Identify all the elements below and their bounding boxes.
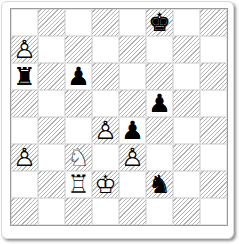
square-b3 [38,144,65,171]
square-d5 [92,90,119,117]
white-pawn: ♟♙ [13,145,35,170]
square-h2 [200,171,227,198]
square-b1 [38,198,65,225]
square-f8: ♚♚ [146,9,173,36]
square-e4: ♟♟ [119,117,146,144]
square-a8 [11,9,38,36]
square-g3 [173,144,200,171]
white-king: ♚♔ [94,172,116,197]
square-f6 [146,63,173,90]
square-f1 [146,198,173,225]
square-f2: ♞♞ [146,171,173,198]
square-e2 [119,171,146,198]
square-e8 [119,9,146,36]
square-e1 [119,198,146,225]
square-f7 [146,36,173,63]
black-rook: ♜♜ [13,64,35,89]
white-pawn: ♟♙ [94,118,116,143]
square-d1 [92,198,119,225]
white-pawn: ♟♙ [13,37,35,62]
square-c8 [65,9,92,36]
square-c2: ♜♖ [65,171,92,198]
square-d6 [92,63,119,90]
square-b6 [38,63,65,90]
square-c4 [65,117,92,144]
square-d3 [92,144,119,171]
black-pawn: ♟♟ [67,64,89,89]
square-h6 [200,63,227,90]
square-a7: ♟♙ [11,36,38,63]
square-a3: ♟♙ [11,144,38,171]
square-b8 [38,9,65,36]
square-f5: ♟♟ [146,90,173,117]
square-c7 [65,36,92,63]
square-h3 [200,144,227,171]
square-c5 [65,90,92,117]
square-c6: ♟♟ [65,63,92,90]
square-d7 [92,36,119,63]
square-d2: ♚♔ [92,171,119,198]
square-e5 [119,90,146,117]
white-rook: ♜♖ [67,172,89,197]
square-a4 [11,117,38,144]
chess-board: ♚♚♟♙♜♜♟♟♟♟♟♙♟♟♟♙♞♘♟♙♜♖♚♔♞♞ [10,8,228,226]
black-pawn: ♟♟ [121,118,143,143]
square-d8 [92,9,119,36]
square-e3: ♟♙ [119,144,146,171]
square-f4 [146,117,173,144]
square-a5 [11,90,38,117]
square-f3 [146,144,173,171]
square-d4: ♟♙ [92,117,119,144]
square-g6 [173,63,200,90]
square-g7 [173,36,200,63]
square-e6 [119,63,146,90]
black-pawn: ♟♟ [148,91,170,116]
square-g8 [173,9,200,36]
black-knight: ♞♞ [148,172,170,197]
square-c1 [65,198,92,225]
square-c3: ♞♘ [65,144,92,171]
square-b7 [38,36,65,63]
square-e7 [119,36,146,63]
black-king: ♚♚ [148,10,170,35]
square-h4 [200,117,227,144]
square-b4 [38,117,65,144]
square-a2 [11,171,38,198]
square-h1 [200,198,227,225]
square-b5 [38,90,65,117]
square-b2 [38,171,65,198]
square-g5 [173,90,200,117]
square-g4 [173,117,200,144]
square-h8 [200,9,227,36]
white-pawn: ♟♙ [121,145,143,170]
square-a1 [11,198,38,225]
square-g2 [173,171,200,198]
square-a6: ♜♜ [11,63,38,90]
square-h5 [200,90,227,117]
square-h7 [200,36,227,63]
white-knight: ♞♘ [67,145,89,170]
square-g1 [173,198,200,225]
